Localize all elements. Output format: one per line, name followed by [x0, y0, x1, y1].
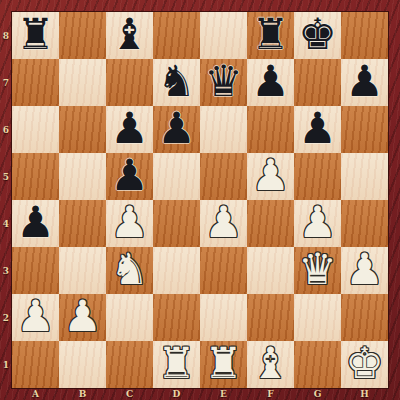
file-label-e: E — [200, 388, 247, 400]
square-h8[interactable] — [341, 12, 388, 59]
square-f6[interactable] — [247, 106, 294, 153]
square-b1[interactable] — [59, 341, 106, 388]
square-c1[interactable] — [106, 341, 153, 388]
square-a5[interactable] — [12, 153, 59, 200]
black-king-g8: ♚ — [298, 12, 337, 58]
square-c5[interactable]: ♟ — [106, 153, 153, 200]
square-c7[interactable] — [106, 59, 153, 106]
black-pawn-a4: ♟ — [16, 200, 55, 246]
square-d5[interactable] — [153, 153, 200, 200]
white-king-h1: ♚ — [345, 341, 384, 387]
black-knight-d7: ♞ — [157, 59, 196, 105]
square-h1[interactable]: ♚ — [341, 341, 388, 388]
square-g4[interactable]: ♟ — [294, 200, 341, 247]
rank-labels: 87654321 — [0, 12, 12, 388]
square-d4[interactable] — [153, 200, 200, 247]
square-c8[interactable]: ♝ — [106, 12, 153, 59]
black-rook-a8: ♜ — [16, 12, 55, 58]
square-h3[interactable]: ♟ — [341, 247, 388, 294]
square-a1[interactable] — [12, 341, 59, 388]
square-g7[interactable] — [294, 59, 341, 106]
square-e3[interactable] — [200, 247, 247, 294]
square-d6[interactable]: ♟ — [153, 106, 200, 153]
square-c3[interactable]: ♞ — [106, 247, 153, 294]
square-c4[interactable]: ♟ — [106, 200, 153, 247]
file-label-g: G — [294, 388, 341, 400]
white-pawn-g4: ♟ — [298, 200, 337, 246]
rank-label-2: 2 — [0, 294, 12, 341]
square-a4[interactable]: ♟ — [12, 200, 59, 247]
square-a6[interactable] — [12, 106, 59, 153]
square-g6[interactable]: ♟ — [294, 106, 341, 153]
black-bishop-c8: ♝ — [110, 12, 149, 58]
white-pawn-c4: ♟ — [110, 200, 149, 246]
rank-label-3: 3 — [0, 247, 12, 294]
square-b3[interactable] — [59, 247, 106, 294]
square-g1[interactable] — [294, 341, 341, 388]
square-b8[interactable] — [59, 12, 106, 59]
square-h6[interactable] — [341, 106, 388, 153]
black-queen-e7: ♛ — [204, 59, 243, 105]
square-f5[interactable]: ♟ — [247, 153, 294, 200]
white-knight-c3: ♞ — [110, 247, 149, 293]
square-e1[interactable]: ♜ — [200, 341, 247, 388]
square-c2[interactable] — [106, 294, 153, 341]
black-pawn-c5: ♟ — [110, 153, 149, 199]
square-h5[interactable] — [341, 153, 388, 200]
square-d3[interactable] — [153, 247, 200, 294]
square-e4[interactable]: ♟ — [200, 200, 247, 247]
square-b5[interactable] — [59, 153, 106, 200]
square-c6[interactable]: ♟ — [106, 106, 153, 153]
square-e8[interactable] — [200, 12, 247, 59]
square-d7[interactable]: ♞ — [153, 59, 200, 106]
white-pawn-a2: ♟ — [16, 294, 55, 340]
file-label-a: A — [12, 388, 59, 400]
black-pawn-f7: ♟ — [251, 59, 290, 105]
file-label-c: C — [106, 388, 153, 400]
white-pawn-f5: ♟ — [251, 153, 290, 199]
square-a2[interactable]: ♟ — [12, 294, 59, 341]
square-h4[interactable] — [341, 200, 388, 247]
white-pawn-b2: ♟ — [63, 294, 102, 340]
square-g8[interactable]: ♚ — [294, 12, 341, 59]
square-e6[interactable] — [200, 106, 247, 153]
white-bishop-f1: ♝ — [251, 341, 290, 387]
white-pawn-e4: ♟ — [204, 200, 243, 246]
board-frame: 87654321 ♜♝♜♚♞♛♟♟♟♟♟♟♟♟♟♟♟♞♛♟♟♟♜♜♝♚ ABCD… — [0, 0, 400, 400]
black-pawn-h7: ♟ — [345, 59, 384, 105]
square-b4[interactable] — [59, 200, 106, 247]
square-a8[interactable]: ♜ — [12, 12, 59, 59]
file-label-f: F — [247, 388, 294, 400]
square-h2[interactable] — [341, 294, 388, 341]
chess-board: ♜♝♜♚♞♛♟♟♟♟♟♟♟♟♟♟♟♞♛♟♟♟♜♜♝♚ — [12, 12, 388, 388]
file-labels: ABCDEFGH — [12, 388, 388, 400]
square-f7[interactable]: ♟ — [247, 59, 294, 106]
square-f8[interactable]: ♜ — [247, 12, 294, 59]
square-f2[interactable] — [247, 294, 294, 341]
square-d8[interactable] — [153, 12, 200, 59]
rank-label-8: 8 — [0, 12, 12, 59]
white-rook-d1: ♜ — [157, 341, 196, 387]
rank-label-7: 7 — [0, 59, 12, 106]
square-e2[interactable] — [200, 294, 247, 341]
black-pawn-c6: ♟ — [110, 106, 149, 152]
rank-label-1: 1 — [0, 341, 12, 388]
square-b2[interactable]: ♟ — [59, 294, 106, 341]
file-label-h: H — [341, 388, 388, 400]
square-f4[interactable] — [247, 200, 294, 247]
file-label-b: B — [59, 388, 106, 400]
square-g2[interactable] — [294, 294, 341, 341]
file-label-d: D — [153, 388, 200, 400]
square-d2[interactable] — [153, 294, 200, 341]
square-g5[interactable] — [294, 153, 341, 200]
square-h7[interactable]: ♟ — [341, 59, 388, 106]
square-g3[interactable]: ♛ — [294, 247, 341, 294]
white-queen-g3: ♛ — [298, 247, 337, 293]
square-d1[interactable]: ♜ — [153, 341, 200, 388]
square-a7[interactable] — [12, 59, 59, 106]
square-e7[interactable]: ♛ — [200, 59, 247, 106]
square-b7[interactable] — [59, 59, 106, 106]
square-a3[interactable] — [12, 247, 59, 294]
black-pawn-d6: ♟ — [157, 106, 196, 152]
black-rook-f8: ♜ — [251, 12, 290, 58]
rank-label-6: 6 — [0, 106, 12, 153]
rank-label-5: 5 — [0, 153, 12, 200]
black-pawn-g6: ♟ — [298, 106, 337, 152]
white-pawn-h3: ♟ — [345, 247, 384, 293]
rank-label-4: 4 — [0, 200, 12, 247]
square-b6[interactable] — [59, 106, 106, 153]
square-f1[interactable]: ♝ — [247, 341, 294, 388]
square-e5[interactable] — [200, 153, 247, 200]
square-f3[interactable] — [247, 247, 294, 294]
white-rook-e1: ♜ — [204, 341, 243, 387]
